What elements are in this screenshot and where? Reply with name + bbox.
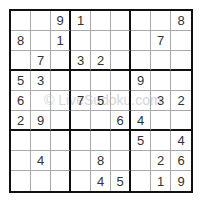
cell-r1c5[interactable] (91, 11, 111, 31)
cell-r1c4[interactable]: 1 (71, 11, 91, 31)
cell-r4c2[interactable]: 3 (31, 71, 51, 91)
cell-r8c1[interactable] (11, 151, 31, 171)
cell-r8c7[interactable] (131, 151, 151, 171)
cell-r7c3[interactable] (51, 131, 71, 151)
cell-r4c6[interactable] (111, 71, 131, 91)
cell-r4c7[interactable]: 9 (131, 71, 151, 91)
cell-r4c9[interactable] (171, 71, 191, 91)
cell-r6c6[interactable]: 6 (111, 111, 131, 131)
cell-r7c4[interactable] (71, 131, 91, 151)
cell-r4c3[interactable] (51, 71, 71, 91)
cell-r9c1[interactable] (11, 171, 31, 191)
cell-r9c8[interactable]: 1 (151, 171, 171, 191)
cell-r9c7[interactable] (131, 171, 151, 191)
cell-r7c9[interactable]: 4 (171, 131, 191, 151)
cell-r5c1[interactable]: 6 (11, 91, 31, 111)
cell-r4c5[interactable] (91, 71, 111, 91)
cell-r8c5[interactable]: 8 (91, 151, 111, 171)
cell-r4c1[interactable]: 5 (11, 71, 31, 91)
cell-r6c5[interactable] (91, 111, 111, 131)
cell-r3c4[interactable]: 3 (71, 51, 91, 71)
cell-r3c8[interactable] (151, 51, 171, 71)
cell-r8c4[interactable] (71, 151, 91, 171)
sudoku-grid: 9188177325396753229645448264519 (11, 11, 191, 191)
sudoku-board: © LiveSudoku.com 91881773253967532296454… (9, 9, 193, 193)
cell-r7c5[interactable] (91, 131, 111, 151)
cell-r2c5[interactable] (91, 31, 111, 51)
cell-r8c2[interactable]: 4 (31, 151, 51, 171)
cell-r6c7[interactable]: 4 (131, 111, 151, 131)
cell-r2c9[interactable] (171, 31, 191, 51)
cell-r1c9[interactable]: 8 (171, 11, 191, 31)
cell-r6c4[interactable] (71, 111, 91, 131)
cell-r5c5[interactable]: 5 (91, 91, 111, 111)
cell-r2c7[interactable] (131, 31, 151, 51)
cell-r6c2[interactable]: 9 (31, 111, 51, 131)
cell-r1c2[interactable] (31, 11, 51, 31)
cell-r2c3[interactable]: 1 (51, 31, 71, 51)
cell-r8c8[interactable]: 2 (151, 151, 171, 171)
cell-r2c1[interactable]: 8 (11, 31, 31, 51)
cell-r5c7[interactable] (131, 91, 151, 111)
cell-r3c5[interactable]: 2 (91, 51, 111, 71)
cell-r4c4[interactable] (71, 71, 91, 91)
cell-r6c3[interactable] (51, 111, 71, 131)
cell-r3c9[interactable] (171, 51, 191, 71)
cell-r8c3[interactable] (51, 151, 71, 171)
cell-r9c2[interactable] (31, 171, 51, 191)
cell-r4c8[interactable] (151, 71, 171, 91)
cell-r7c7[interactable]: 5 (131, 131, 151, 151)
cell-r9c9[interactable]: 9 (171, 171, 191, 191)
cell-r5c3[interactable] (51, 91, 71, 111)
cell-r9c5[interactable]: 4 (91, 171, 111, 191)
cell-r2c6[interactable] (111, 31, 131, 51)
cell-r2c8[interactable]: 7 (151, 31, 171, 51)
cell-r1c8[interactable] (151, 11, 171, 31)
cell-r2c4[interactable] (71, 31, 91, 51)
cell-r1c7[interactable] (131, 11, 151, 31)
cell-r6c9[interactable] (171, 111, 191, 131)
cell-r5c8[interactable]: 3 (151, 91, 171, 111)
cell-r7c1[interactable] (11, 131, 31, 151)
cell-r8c9[interactable]: 6 (171, 151, 191, 171)
cell-r7c8[interactable] (151, 131, 171, 151)
cell-r1c1[interactable] (11, 11, 31, 31)
cell-r3c3[interactable] (51, 51, 71, 71)
cell-r7c2[interactable] (31, 131, 51, 151)
cell-r5c2[interactable] (31, 91, 51, 111)
cell-r9c4[interactable] (71, 171, 91, 191)
cell-r6c1[interactable]: 2 (11, 111, 31, 131)
cell-r1c3[interactable]: 9 (51, 11, 71, 31)
cell-r5c6[interactable] (111, 91, 131, 111)
cell-r1c6[interactable] (111, 11, 131, 31)
cell-r9c3[interactable] (51, 171, 71, 191)
cell-r6c8[interactable] (151, 111, 171, 131)
cell-r3c7[interactable] (131, 51, 151, 71)
cell-r2c2[interactable] (31, 31, 51, 51)
cell-r5c4[interactable]: 7 (71, 91, 91, 111)
cell-r3c1[interactable] (11, 51, 31, 71)
cell-r5c9[interactable]: 2 (171, 91, 191, 111)
cell-r3c6[interactable] (111, 51, 131, 71)
sudoku-page: © LiveSudoku.com 91881773253967532296454… (0, 0, 200, 200)
cell-r3c2[interactable]: 7 (31, 51, 51, 71)
cell-r9c6[interactable]: 5 (111, 171, 131, 191)
cell-r7c6[interactable] (111, 131, 131, 151)
cell-r8c6[interactable] (111, 151, 131, 171)
